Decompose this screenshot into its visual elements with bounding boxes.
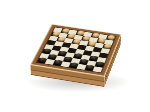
square-g2[interactable] <box>87 60 97 66</box>
square-h5[interactable] <box>100 48 110 54</box>
square-g4[interactable] <box>91 51 101 57</box>
square-d2[interactable] <box>63 57 73 63</box>
checker-black[interactable] <box>48 54 57 59</box>
square-b2[interactable] <box>47 54 57 60</box>
square-e4[interactable] <box>75 49 85 55</box>
square-e1[interactable] <box>69 63 79 69</box>
square-c1[interactable] <box>53 60 63 66</box>
square-f4[interactable] <box>83 50 93 56</box>
square-c4[interactable] <box>59 47 69 53</box>
checker-black[interactable] <box>80 59 89 64</box>
square-b1[interactable] <box>45 59 55 65</box>
checker-black[interactable] <box>90 55 99 60</box>
checker-black[interactable] <box>38 57 47 62</box>
square-h4[interactable] <box>98 53 108 59</box>
checker-black[interactable] <box>58 51 67 56</box>
checker-black[interactable] <box>86 65 95 70</box>
square-g3[interactable] <box>89 56 99 62</box>
checkers-board <box>30 24 121 76</box>
square-d3[interactable] <box>65 52 75 58</box>
checker-black[interactable] <box>54 60 63 65</box>
square-f2[interactable] <box>79 59 89 65</box>
square-e2[interactable] <box>71 58 81 64</box>
checker-black[interactable] <box>96 61 105 66</box>
playing-field <box>37 27 115 72</box>
square-a1[interactable] <box>37 58 47 64</box>
square-f3[interactable] <box>81 55 91 61</box>
checker-black[interactable] <box>64 56 73 61</box>
square-c2[interactable] <box>55 56 65 62</box>
square-f1[interactable] <box>76 64 86 70</box>
square-h2[interactable] <box>95 62 105 68</box>
square-c3[interactable] <box>57 51 67 57</box>
square-h3[interactable] <box>97 57 107 63</box>
square-a3[interactable] <box>42 49 52 55</box>
board-grid <box>37 27 115 72</box>
square-a2[interactable] <box>39 53 49 59</box>
scene <box>0 0 150 112</box>
checker-black[interactable] <box>74 53 83 58</box>
square-d1[interactable] <box>61 61 71 67</box>
square-b3[interactable] <box>49 50 59 56</box>
checkers-set-photo <box>0 0 150 112</box>
square-d4[interactable] <box>67 48 77 54</box>
square-h1[interactable] <box>93 66 103 72</box>
checker-black[interactable] <box>43 48 52 53</box>
square-g1[interactable] <box>85 65 95 71</box>
square-e3[interactable] <box>73 53 83 59</box>
checker-black[interactable] <box>70 62 79 67</box>
square-g5[interactable] <box>93 47 103 53</box>
